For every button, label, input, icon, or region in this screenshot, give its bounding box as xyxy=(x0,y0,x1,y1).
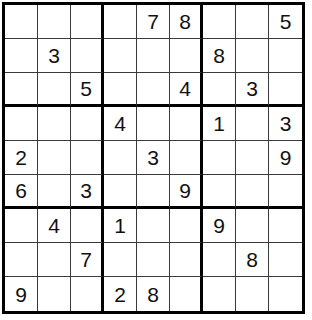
given-digit-r9c4[interactable]: 2 xyxy=(104,277,137,311)
cell-r5c3[interactable] xyxy=(71,141,104,175)
cell-r9c9[interactable] xyxy=(269,277,302,311)
cell-r3c9[interactable] xyxy=(269,73,302,107)
cell-r4c8[interactable] xyxy=(236,107,269,141)
cell-r3c1[interactable] xyxy=(5,73,38,107)
cell-r9c6[interactable] xyxy=(170,277,203,311)
cell-r7c3[interactable] xyxy=(71,209,104,243)
given-digit-r7c7[interactable]: 9 xyxy=(203,209,236,243)
cell-r2c9[interactable] xyxy=(269,39,302,73)
given-digit-r5c1[interactable]: 2 xyxy=(5,141,38,175)
given-digit-r4c4[interactable]: 4 xyxy=(104,107,137,141)
given-digit-r5c5[interactable]: 3 xyxy=(137,141,170,175)
cell-r4c6[interactable] xyxy=(170,107,203,141)
cell-r3c7[interactable] xyxy=(203,73,236,107)
cell-r2c8[interactable] xyxy=(236,39,269,73)
cell-r6c5[interactable] xyxy=(137,175,170,209)
cell-r1c3[interactable] xyxy=(71,5,104,39)
cell-r8c2[interactable] xyxy=(38,243,71,277)
cell-r5c7[interactable] xyxy=(203,141,236,175)
cell-r4c5[interactable] xyxy=(137,107,170,141)
given-digit-r1c6[interactable]: 8 xyxy=(170,5,203,39)
cell-r1c2[interactable] xyxy=(38,5,71,39)
cell-r8c1[interactable] xyxy=(5,243,38,277)
given-digit-r3c6[interactable]: 4 xyxy=(170,73,203,107)
cell-r4c3[interactable] xyxy=(71,107,104,141)
cell-r2c4[interactable] xyxy=(104,39,137,73)
given-digit-r3c3[interactable]: 5 xyxy=(71,73,104,107)
given-digit-r1c5[interactable]: 7 xyxy=(137,5,170,39)
cell-r8c9[interactable] xyxy=(269,243,302,277)
sudoku-board: 7853854341323963941978928 xyxy=(2,2,305,314)
given-digit-r8c3[interactable]: 7 xyxy=(71,243,104,277)
given-digit-r6c3[interactable]: 3 xyxy=(71,175,104,209)
given-digit-r4c9[interactable]: 3 xyxy=(269,107,302,141)
cell-r9c8[interactable] xyxy=(236,277,269,311)
cell-r2c5[interactable] xyxy=(137,39,170,73)
cell-r7c9[interactable] xyxy=(269,209,302,243)
cell-r5c2[interactable] xyxy=(38,141,71,175)
given-digit-r1c9[interactable]: 5 xyxy=(269,5,302,39)
cell-r3c2[interactable] xyxy=(38,73,71,107)
cell-r6c2[interactable] xyxy=(38,175,71,209)
cell-r2c3[interactable] xyxy=(71,39,104,73)
cell-r1c4[interactable] xyxy=(104,5,137,39)
given-digit-r2c7[interactable]: 8 xyxy=(203,39,236,73)
cell-r6c9[interactable] xyxy=(269,175,302,209)
cell-r7c8[interactable] xyxy=(236,209,269,243)
given-digit-r7c2[interactable]: 4 xyxy=(38,209,71,243)
given-digit-r3c8[interactable]: 3 xyxy=(236,73,269,107)
cell-r2c6[interactable] xyxy=(170,39,203,73)
cell-r1c7[interactable] xyxy=(203,5,236,39)
cell-r6c7[interactable] xyxy=(203,175,236,209)
cell-r8c4[interactable] xyxy=(104,243,137,277)
cell-r7c6[interactable] xyxy=(170,209,203,243)
cell-r9c7[interactable] xyxy=(203,277,236,311)
cell-r4c2[interactable] xyxy=(38,107,71,141)
cell-r9c2[interactable] xyxy=(38,277,71,311)
given-digit-r9c5[interactable]: 8 xyxy=(137,277,170,311)
cell-r7c1[interactable] xyxy=(5,209,38,243)
sudoku-page: 7853854341323963941978928 xyxy=(0,0,312,316)
cell-r5c4[interactable] xyxy=(104,141,137,175)
given-digit-r2c2[interactable]: 3 xyxy=(38,39,71,73)
cell-r8c5[interactable] xyxy=(137,243,170,277)
cell-r5c8[interactable] xyxy=(236,141,269,175)
cell-r3c5[interactable] xyxy=(137,73,170,107)
cell-r6c8[interactable] xyxy=(236,175,269,209)
cell-r6c4[interactable] xyxy=(104,175,137,209)
given-digit-r7c4[interactable]: 1 xyxy=(104,209,137,243)
cell-r5c6[interactable] xyxy=(170,141,203,175)
cell-r4c1[interactable] xyxy=(5,107,38,141)
given-digit-r6c1[interactable]: 6 xyxy=(5,175,38,209)
given-digit-r9c1[interactable]: 9 xyxy=(5,277,38,311)
cell-r8c7[interactable] xyxy=(203,243,236,277)
cell-r9c3[interactable] xyxy=(71,277,104,311)
cell-r2c1[interactable] xyxy=(5,39,38,73)
given-digit-r6c6[interactable]: 9 xyxy=(170,175,203,209)
given-digit-r8c8[interactable]: 8 xyxy=(236,243,269,277)
given-digit-r4c7[interactable]: 1 xyxy=(203,107,236,141)
cell-r3c4[interactable] xyxy=(104,73,137,107)
cell-r8c6[interactable] xyxy=(170,243,203,277)
cell-r1c8[interactable] xyxy=(236,5,269,39)
cell-r1c1[interactable] xyxy=(5,5,38,39)
given-digit-r5c9[interactable]: 9 xyxy=(269,141,302,175)
cell-r7c5[interactable] xyxy=(137,209,170,243)
